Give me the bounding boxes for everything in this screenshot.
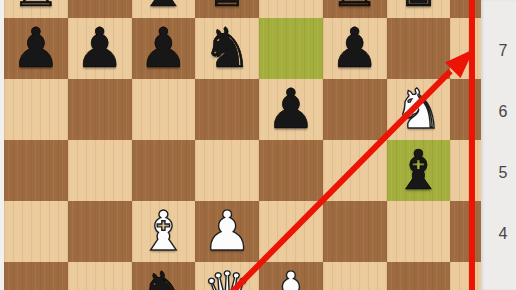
square-b4 [68, 201, 132, 262]
square-a4 [4, 201, 68, 262]
white-pawn-e3: ♟ [259, 262, 323, 290]
square-f3 [323, 262, 387, 290]
black-pawn-f7: ♟ [323, 18, 387, 79]
black-pawn-e6: ♟ [259, 79, 323, 140]
screenshot-root: ♜♝♛♜♚♟♟♟♞♟♟♞♝♝♟♞♛♟ 7654 [0, 0, 516, 290]
rank-label-7: 7 [495, 42, 511, 60]
square-d6 [195, 79, 259, 140]
black-knight-c3: ♞ [132, 262, 196, 290]
chess-board: ♜♝♛♜♚♟♟♟♞♟♟♞♝♝♟♞♛♟ [4, 0, 514, 290]
black-king-g8: ♚ [387, 0, 451, 18]
square-c5 [132, 140, 196, 201]
square-g4 [387, 201, 451, 262]
square-d4: ♟ [195, 201, 259, 262]
square-a7: ♟ [4, 18, 68, 79]
black-knight-d7: ♞ [195, 18, 259, 79]
square-g6: ♞ [387, 79, 451, 140]
rank-label-5: 5 [495, 164, 511, 182]
square-e3: ♟ [259, 262, 323, 290]
square-f7: ♟ [323, 18, 387, 79]
square-d7: ♞ [195, 18, 259, 79]
square-b5 [68, 140, 132, 201]
square-c6 [132, 79, 196, 140]
black-bishop-g5: ♝ [387, 140, 451, 201]
rank-label-4: 4 [495, 225, 511, 243]
square-a5 [4, 140, 68, 201]
white-knight-g6: ♞ [387, 79, 451, 140]
square-a3 [4, 262, 68, 290]
rank-label-6: 6 [495, 103, 511, 121]
square-g8: ♚ [387, 0, 451, 18]
square-c7: ♟ [132, 18, 196, 79]
square-c3: ♞ [132, 262, 196, 290]
square-e5 [259, 140, 323, 201]
square-e8 [259, 0, 323, 18]
white-pawn-d4: ♟ [195, 201, 259, 262]
square-g5: ♝ [387, 140, 451, 201]
square-d5 [195, 140, 259, 201]
square-c4: ♝ [132, 201, 196, 262]
black-pawn-c7: ♟ [132, 18, 196, 79]
square-e6: ♟ [259, 79, 323, 140]
square-g3 [387, 262, 451, 290]
rank-label-panel: 7654 [481, 0, 516, 290]
square-g7 [387, 18, 451, 79]
square-b7: ♟ [68, 18, 132, 79]
square-b6 [68, 79, 132, 140]
square-f4 [323, 201, 387, 262]
square-a6 [4, 79, 68, 140]
black-pawn-a7: ♟ [4, 18, 68, 79]
black-pawn-b7: ♟ [68, 18, 132, 79]
square-e7 [259, 18, 323, 79]
square-f6 [323, 79, 387, 140]
square-b3 [68, 262, 132, 290]
red-vertical-line [469, 0, 475, 290]
white-bishop-c4: ♝ [132, 201, 196, 262]
